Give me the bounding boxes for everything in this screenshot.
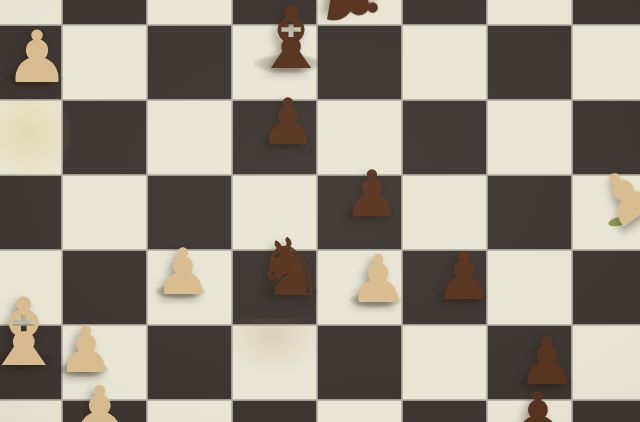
piece-black-pawn[interactable]: ♟ (434, 244, 493, 310)
board-square (572, 0, 640, 25)
board-square (572, 250, 640, 325)
piece-white-pawn[interactable]: ♟ (348, 247, 407, 313)
board-square (487, 250, 572, 325)
board-square (0, 100, 62, 175)
piece-black-pawn[interactable]: ♟ (343, 162, 400, 226)
board-square (487, 100, 572, 175)
board-square (317, 325, 402, 400)
board-square (62, 0, 147, 25)
board-square (572, 325, 640, 400)
board-square (487, 25, 572, 100)
board-square (487, 0, 572, 25)
piece-white-pawn[interactable]: ♟ (5, 21, 70, 93)
piece-black-knight[interactable]: ♞ (254, 228, 326, 308)
board-square (572, 400, 640, 422)
board-square (0, 400, 62, 422)
piece-black-pawn[interactable]: ♟ (259, 90, 316, 154)
board-square (232, 325, 317, 400)
board-square (62, 25, 147, 100)
board-square (402, 0, 487, 25)
board-square (402, 100, 487, 175)
board-square (402, 25, 487, 100)
board-square (487, 175, 572, 250)
board-square (317, 400, 402, 422)
board-square (232, 400, 317, 422)
chessboard-photo: ♟♝♟♟♟♟♞♟♟♟♝♟♟♟♟ (0, 0, 640, 422)
board-square (317, 25, 402, 100)
board-square (147, 100, 232, 175)
board-square (62, 175, 147, 250)
piece-white-bishop[interactable]: ♝ (0, 286, 66, 380)
board-square (0, 175, 62, 250)
piece-white-pawn[interactable]: ♟ (154, 240, 211, 304)
board-square (147, 400, 232, 422)
board-square (402, 325, 487, 400)
board-square (572, 25, 640, 100)
board-square (62, 100, 147, 175)
board-square (147, 0, 232, 25)
chess-board: ♟♝♟♟♟♟♞♟♟♟♝♟♟♟♟ (0, 0, 640, 422)
board-square (402, 400, 487, 422)
board-square (147, 325, 232, 400)
piece-white-pawn[interactable]: ♟ (69, 377, 132, 422)
board-square (147, 25, 232, 100)
piece-black-pawn[interactable]: ♟ (509, 384, 566, 422)
